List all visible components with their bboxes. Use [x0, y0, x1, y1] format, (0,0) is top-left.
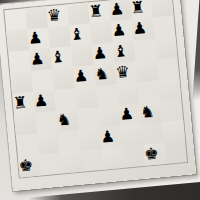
- black-knight[interactable]: ♞: [94, 64, 110, 84]
- square-h6[interactable]: ♛: [46, 4, 69, 27]
- square-c1[interactable]: [160, 99, 183, 122]
- square-g1[interactable]: [153, 16, 176, 39]
- square-h5[interactable]: [67, 2, 90, 25]
- square-d7[interactable]: ♟: [33, 90, 56, 113]
- square-a4[interactable]: [101, 147, 124, 170]
- white-bishop[interactable]: ♝: [69, 24, 85, 44]
- square-f7[interactable]: ♟: [29, 48, 52, 71]
- square-b6[interactable]: [58, 130, 81, 153]
- board-grid: ♛♜♟♜♟♝♟♟♟♝♟♝♟♞♛♜♟♞♟♞♟♚♚: [4, 0, 187, 177]
- square-h7[interactable]: [25, 6, 48, 29]
- square-g6[interactable]: [48, 25, 71, 48]
- black-bishop[interactable]: ♝: [50, 47, 66, 67]
- square-c7[interactable]: [35, 111, 58, 134]
- square-g8[interactable]: [6, 29, 29, 52]
- photo: ♛♜♟♜♟♝♟♟♟♝♟♝♟♞♛♜♟♞♟♞♟♚♚: [0, 0, 200, 200]
- square-b5[interactable]: [79, 128, 102, 151]
- square-a2[interactable]: ♚: [143, 143, 166, 166]
- square-b8[interactable]: [16, 134, 39, 157]
- black-knight[interactable]: ♞: [56, 109, 72, 129]
- square-g4[interactable]: [90, 21, 113, 44]
- white-pawn[interactable]: ♟: [100, 127, 116, 147]
- black-rook[interactable]: ♜: [12, 92, 28, 112]
- square-c4[interactable]: [98, 105, 121, 128]
- square-d5[interactable]: [75, 86, 98, 109]
- white-king[interactable]: ♚: [143, 144, 159, 164]
- square-f8[interactable]: [8, 50, 31, 73]
- square-e7[interactable]: [31, 69, 54, 92]
- square-d8[interactable]: ♜: [12, 92, 35, 115]
- white-pawn[interactable]: ♟: [111, 20, 127, 40]
- square-f3[interactable]: ♝: [113, 40, 136, 63]
- square-e3[interactable]: ♛: [115, 61, 138, 84]
- black-bishop[interactable]: ♝: [113, 41, 129, 61]
- square-c8[interactable]: [14, 113, 37, 136]
- square-a6[interactable]: [60, 151, 83, 174]
- photo-right-edge: [192, 0, 200, 101]
- square-e5[interactable]: ♟: [73, 65, 96, 88]
- square-a8[interactable]: ♚: [18, 155, 41, 178]
- square-e6[interactable]: [52, 67, 75, 90]
- chess-board: ♛♜♟♜♟♝♟♟♟♝♟♝♟♞♛♜♟♞♟♞♟♚♚: [0, 0, 196, 191]
- square-h3[interactable]: ♟: [109, 0, 132, 21]
- white-pawn[interactable]: ♟: [92, 43, 108, 63]
- square-g7[interactable]: ♟: [27, 27, 50, 50]
- square-a5[interactable]: [81, 149, 104, 172]
- black-king[interactable]: ♚: [18, 155, 34, 175]
- square-b1[interactable]: [162, 120, 185, 143]
- square-b2[interactable]: [141, 122, 164, 145]
- white-pawn[interactable]: ♟: [109, 0, 125, 19]
- white-rook[interactable]: ♜: [88, 1, 104, 21]
- black-pawn[interactable]: ♟: [132, 18, 148, 38]
- square-d2[interactable]: [137, 80, 160, 103]
- square-c6[interactable]: ♞: [56, 109, 79, 132]
- square-f5[interactable]: [71, 44, 94, 67]
- square-e4[interactable]: ♞: [94, 63, 117, 86]
- square-b3[interactable]: [120, 124, 143, 147]
- square-h4[interactable]: ♜: [88, 0, 111, 23]
- square-b4[interactable]: ♟: [100, 126, 123, 149]
- square-g3[interactable]: ♟: [111, 19, 134, 42]
- square-a7[interactable]: [39, 153, 62, 176]
- square-b7[interactable]: [37, 132, 60, 155]
- black-pawn[interactable]: ♟: [27, 28, 43, 48]
- black-pawn[interactable]: ♟: [73, 66, 89, 86]
- white-queen[interactable]: ♛: [115, 62, 131, 82]
- black-queen[interactable]: ♛: [46, 5, 62, 25]
- square-f2[interactable]: [134, 38, 157, 61]
- square-d1[interactable]: [158, 78, 181, 101]
- square-f6[interactable]: ♝: [50, 46, 73, 69]
- square-a1[interactable]: [164, 141, 187, 164]
- square-c2[interactable]: ♞: [139, 101, 162, 124]
- square-d6[interactable]: [54, 88, 77, 111]
- square-h8[interactable]: [4, 8, 27, 31]
- square-c3[interactable]: ♟: [119, 103, 142, 126]
- square-g2[interactable]: ♟: [132, 17, 155, 40]
- white-rook[interactable]: ♜: [130, 0, 146, 17]
- square-h2[interactable]: ♜: [130, 0, 153, 19]
- square-e2[interactable]: [136, 59, 159, 82]
- black-pawn[interactable]: ♟: [33, 91, 49, 111]
- square-g5[interactable]: ♝: [69, 23, 92, 46]
- square-e8[interactable]: [10, 71, 33, 94]
- square-c5[interactable]: [77, 107, 100, 130]
- black-pawn[interactable]: ♟: [29, 49, 45, 69]
- square-e1[interactable]: [156, 57, 179, 80]
- square-d3[interactable]: [117, 82, 140, 105]
- square-a3[interactable]: [122, 145, 145, 168]
- white-knight[interactable]: ♞: [139, 102, 155, 122]
- square-f1[interactable]: [155, 36, 178, 59]
- square-f4[interactable]: ♟: [92, 42, 115, 65]
- square-d4[interactable]: [96, 84, 119, 107]
- white-pawn[interactable]: ♟: [119, 104, 135, 124]
